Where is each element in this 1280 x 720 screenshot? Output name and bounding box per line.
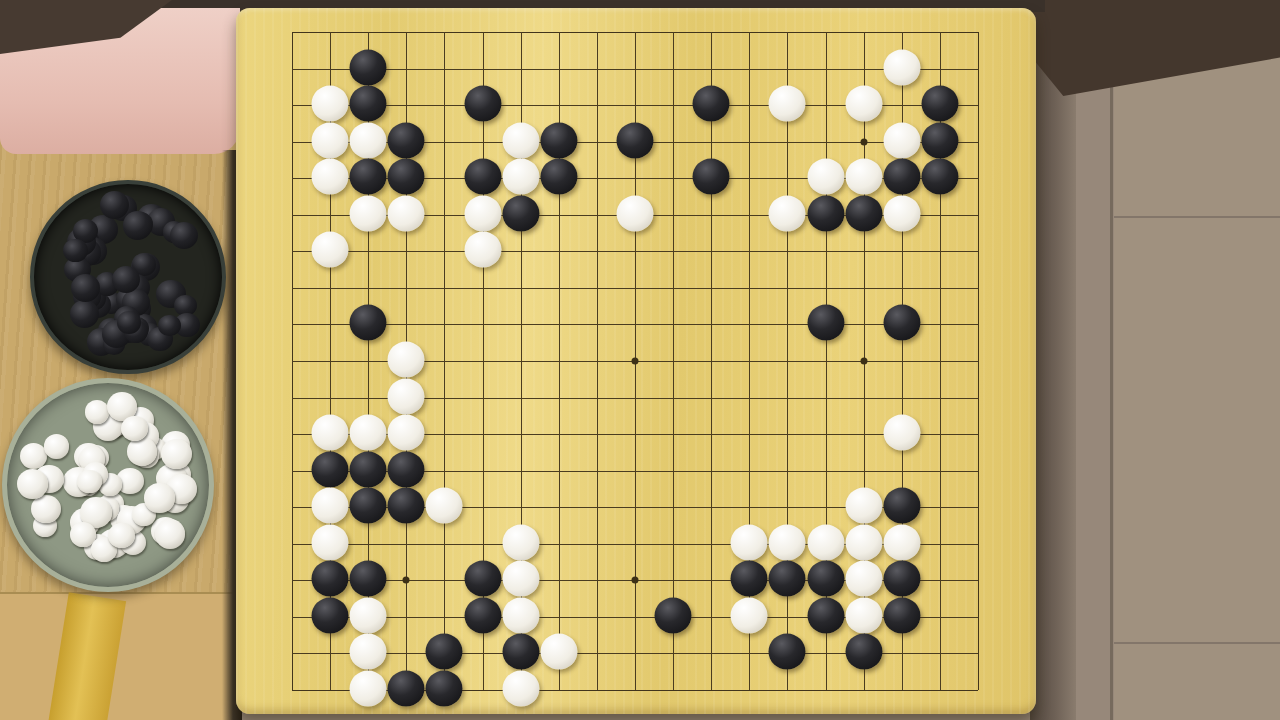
- black-stone: ●: [350, 49, 387, 85]
- floor-plank-joint-horizontal: [1114, 216, 1280, 218]
- star-point: [860, 138, 867, 145]
- white-stone: ○: [388, 378, 425, 414]
- white-stone: ○: [883, 415, 920, 451]
- black-stone: ●: [502, 195, 539, 231]
- black-stone: ●: [883, 305, 920, 341]
- white-stone: ○: [845, 524, 882, 560]
- white-stone: ○: [388, 415, 425, 451]
- star-point: [632, 358, 639, 365]
- white-stone: ○: [312, 159, 349, 195]
- black-stone: ●: [883, 159, 920, 195]
- black-stone: ●: [350, 305, 387, 341]
- white-stone: ○: [883, 49, 920, 85]
- star-point: [860, 358, 867, 365]
- white-stone: ○: [883, 122, 920, 158]
- white-stone: ○: [540, 634, 577, 670]
- grid-line-vertical: [673, 32, 674, 690]
- black-stone: ●: [807, 561, 844, 597]
- black-stone: ●: [693, 86, 730, 122]
- black-stone: ●: [502, 634, 539, 670]
- white-stone: ○: [731, 524, 768, 560]
- black-stone: ●: [655, 597, 692, 633]
- white-stone: ○: [845, 159, 882, 195]
- white-stone: ○: [502, 524, 539, 560]
- board-grid: ●○○●●●○○●○○●○●●○●○●●●○●●○○●●○○○●○○●●○○○●…: [292, 32, 978, 690]
- black-stone: ●: [388, 488, 425, 524]
- captured-white-stone: [31, 495, 61, 523]
- white-stone: ○: [502, 159, 539, 195]
- captured-white-stone: [44, 434, 69, 458]
- black-stone: ●: [540, 122, 577, 158]
- black-stone: ●: [426, 671, 463, 707]
- floor-plank: [1114, 0, 1280, 720]
- white-stone: ○: [502, 122, 539, 158]
- black-stone: ●: [769, 634, 806, 670]
- black-stone: ●: [388, 671, 425, 707]
- black-stone: ●: [426, 634, 463, 670]
- black-stone: ●: [350, 159, 387, 195]
- white-stone: ○: [350, 195, 387, 231]
- black-stone: ●: [540, 159, 577, 195]
- white-stone: ○: [502, 671, 539, 707]
- white-stone: ○: [312, 415, 349, 451]
- white-stone-bowl: [2, 378, 214, 592]
- black-stone-bowl: [30, 180, 226, 374]
- go-board: ●○○●●●○○●○○●○●●○●○●●●○●●○○●●○○○●○○●●○○○●…: [236, 8, 1036, 714]
- white-stone: ○: [845, 597, 882, 633]
- black-stone: ●: [312, 561, 349, 597]
- white-stone: ○: [312, 86, 349, 122]
- black-stone: ●: [350, 451, 387, 487]
- black-stone: ●: [388, 451, 425, 487]
- white-stone: ○: [388, 195, 425, 231]
- black-stone: ●: [883, 488, 920, 524]
- white-stone: ○: [617, 195, 654, 231]
- black-stone: ●: [921, 122, 958, 158]
- black-stone: ●: [883, 597, 920, 633]
- white-stone: ○: [350, 415, 387, 451]
- captured-black-stone: [158, 315, 180, 336]
- black-stone: ●: [921, 86, 958, 122]
- star-point: [632, 577, 639, 584]
- black-stone: ●: [769, 561, 806, 597]
- white-stone: ○: [312, 524, 349, 560]
- floor-plank-joint-vertical: [1110, 0, 1113, 720]
- captured-black-stone: [71, 274, 100, 302]
- captured-white-stone: [17, 469, 48, 499]
- captured-white-stone: [127, 437, 157, 465]
- white-stone: ○: [883, 524, 920, 560]
- black-stone: ●: [921, 159, 958, 195]
- black-stone: ●: [807, 195, 844, 231]
- black-stone: ●: [350, 488, 387, 524]
- black-stone: ●: [807, 597, 844, 633]
- black-stone: ●: [464, 86, 501, 122]
- white-stone: ○: [845, 488, 882, 524]
- white-stone: ○: [350, 671, 387, 707]
- black-stone: ●: [617, 122, 654, 158]
- white-stone: ○: [883, 195, 920, 231]
- white-stone: ○: [807, 524, 844, 560]
- captured-white-stone: [161, 439, 193, 469]
- black-stone: ●: [693, 159, 730, 195]
- white-stone: ○: [464, 195, 501, 231]
- black-stone: ●: [464, 597, 501, 633]
- black-stone: ●: [845, 195, 882, 231]
- white-stone: ○: [312, 232, 349, 268]
- white-stone: ○: [845, 561, 882, 597]
- white-stone: ○: [807, 159, 844, 195]
- white-stone: ○: [388, 342, 425, 378]
- white-stone: ○: [464, 232, 501, 268]
- black-stone: ●: [350, 86, 387, 122]
- floor-plank-joint-horizontal: [1114, 642, 1280, 644]
- black-stone: ●: [464, 561, 501, 597]
- white-stone: ○: [312, 122, 349, 158]
- captured-black-stone: [170, 222, 198, 249]
- black-stone: ●: [350, 561, 387, 597]
- white-stone: ○: [769, 524, 806, 560]
- captured-black-stone: [63, 239, 87, 262]
- captured-white-stone: [155, 519, 186, 549]
- captured-white-stone: [121, 416, 148, 442]
- captured-white-stone: [108, 523, 135, 549]
- captured-black-stone: [117, 311, 140, 334]
- white-stone: ○: [312, 488, 349, 524]
- black-stone: ●: [312, 597, 349, 633]
- photo-scene: ●○○●●●○○●○○●○●●○●○●●●○●●○○●●○○○●○○●●○○○●…: [0, 0, 1280, 720]
- white-stone: ○: [731, 597, 768, 633]
- black-stone: ●: [312, 451, 349, 487]
- white-stone: ○: [769, 195, 806, 231]
- captured-black-stone: [70, 300, 99, 328]
- captured-white-stone: [144, 483, 175, 513]
- star-point: [403, 577, 410, 584]
- black-stone: ●: [807, 305, 844, 341]
- black-stone: ●: [464, 159, 501, 195]
- captured-black-stone: [123, 211, 153, 239]
- grid-line-vertical: [711, 32, 712, 690]
- captured-white-stone: [77, 470, 102, 494]
- black-stone: ●: [883, 561, 920, 597]
- white-stone: ○: [769, 86, 806, 122]
- white-stone: ○: [845, 86, 882, 122]
- black-stone: ●: [845, 634, 882, 670]
- white-stone: ○: [350, 597, 387, 633]
- black-stone: ●: [388, 122, 425, 158]
- board-edge-shadow: [1030, 0, 1076, 720]
- white-stone: ○: [502, 597, 539, 633]
- grid-line-vertical: [978, 32, 979, 690]
- white-stone: ○: [502, 561, 539, 597]
- white-stone: ○: [350, 122, 387, 158]
- black-stone: ●: [388, 159, 425, 195]
- white-stone: ○: [350, 634, 387, 670]
- white-stone: ○: [426, 488, 463, 524]
- black-stone: ●: [731, 561, 768, 597]
